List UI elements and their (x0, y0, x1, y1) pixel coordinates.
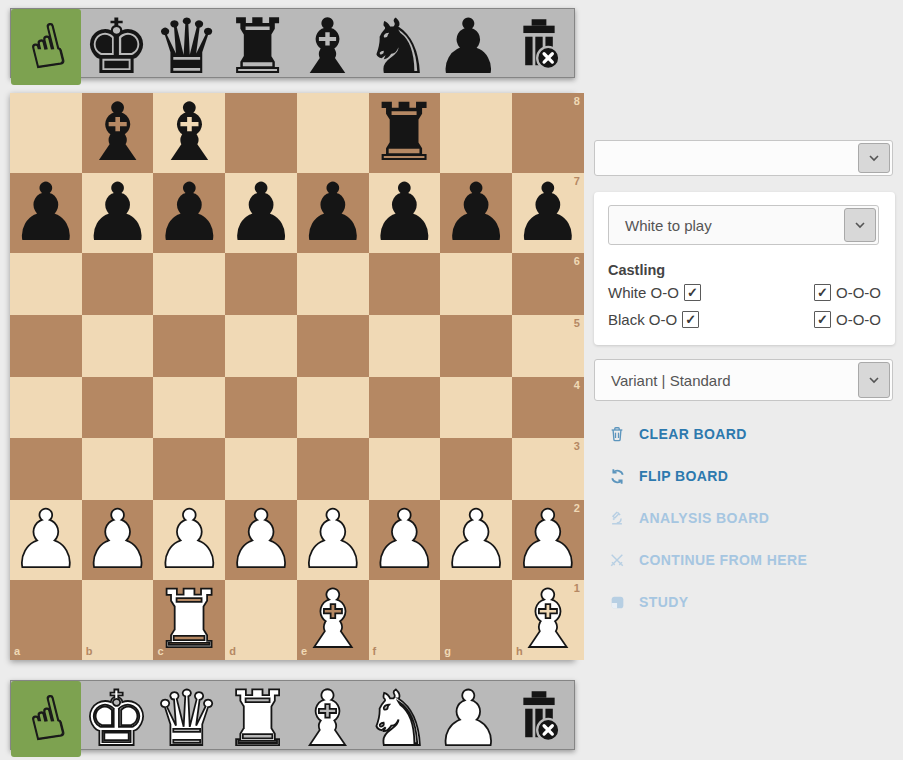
black-bishop[interactable]: ♝ (82, 93, 154, 173)
square-h4[interactable]: 4 (512, 377, 584, 439)
white-kingside-castle-checkbox[interactable] (684, 284, 701, 301)
square-b7[interactable]: ♟ (82, 173, 154, 253)
white-kingside-label: White O-O (608, 284, 679, 301)
black-pawn[interactable]: ♟ (225, 173, 297, 253)
square-c4[interactable] (153, 377, 225, 439)
square-d5[interactable] (225, 315, 297, 377)
square-a6[interactable] (10, 253, 82, 315)
dropdown-button[interactable] (858, 143, 890, 173)
coord-a: a (14, 646, 20, 657)
turn-select[interactable]: White to play (608, 205, 879, 245)
square-h6[interactable]: 6 (512, 253, 584, 315)
black-bishop-icon: ♝ (294, 9, 362, 85)
square-f5[interactable] (369, 315, 441, 377)
square-h2[interactable]: ♟2 (512, 500, 584, 580)
square-b3[interactable] (82, 438, 154, 500)
white-pawn[interactable]: ♟ (82, 500, 154, 580)
palette-white-bishop[interactable]: ♝ (293, 681, 363, 757)
study-icon (608, 595, 626, 610)
square-b2[interactable]: ♟ (82, 500, 154, 580)
action-label: STUDY (639, 594, 688, 610)
square-e1[interactable]: ♝e (297, 580, 369, 660)
white-pawn[interactable]: ♟ (10, 500, 82, 580)
square-a2[interactable]: ♟ (10, 500, 82, 580)
black-pawn[interactable]: ♟ (297, 173, 369, 253)
chevron-down-icon (854, 221, 866, 229)
square-g8[interactable] (440, 93, 512, 173)
square-c2[interactable]: ♟ (153, 500, 225, 580)
square-a8[interactable] (10, 93, 82, 173)
action-label: CONTINUE FROM HERE (639, 552, 807, 568)
white-queenside-castle-checkbox[interactable] (814, 284, 831, 301)
square-e2[interactable]: ♟ (297, 500, 369, 580)
flip-board-button[interactable]: FLIP BOARD (608, 461, 807, 491)
delete-tool-bottom[interactable] (504, 681, 574, 757)
square-e3[interactable] (297, 438, 369, 500)
coord-g: g (444, 646, 451, 657)
square-f2[interactable]: ♟ (369, 500, 441, 580)
crossed-swords-icon (608, 552, 626, 568)
coord-2: 2 (574, 503, 580, 514)
square-e6[interactable] (297, 253, 369, 315)
white-pawn[interactable]: ♟ (297, 500, 369, 580)
action-label: CLEAR BOARD (639, 426, 747, 442)
square-h5[interactable]: 5 (512, 315, 584, 377)
chevron-down-icon (868, 154, 880, 162)
hand-pointer-icon: ☝ (22, 15, 70, 80)
black-king-icon: ♚ (82, 9, 150, 85)
square-h7[interactable]: ♟7 (512, 173, 584, 253)
coord-8: 8 (574, 96, 580, 107)
square-b1[interactable]: b (82, 580, 154, 660)
square-e7[interactable]: ♟ (297, 173, 369, 253)
coord-7: 7 (574, 176, 580, 187)
variant-select[interactable]: Variant | Standard (594, 359, 893, 401)
action-label: ANALYSIS BOARD (639, 510, 769, 526)
trash-delete-icon (516, 19, 562, 75)
square-h1[interactable]: ♝1h (512, 580, 584, 660)
square-b5[interactable] (82, 315, 154, 377)
square-c7[interactable]: ♟ (153, 173, 225, 253)
coord-d: d (229, 646, 236, 657)
square-f1[interactable]: f (369, 580, 441, 660)
palette-white-pawn[interactable]: ♟ (433, 681, 503, 757)
square-c3[interactable] (153, 438, 225, 500)
square-d6[interactable] (225, 253, 297, 315)
black-pawn[interactable]: ♟ (153, 173, 225, 253)
white-pawn[interactable]: ♟ (440, 500, 512, 580)
palette-white-knight[interactable]: ♞ (363, 681, 433, 757)
square-a5[interactable] (10, 315, 82, 377)
coord-3: 3 (574, 441, 580, 452)
square-c8[interactable]: ♝ (153, 93, 225, 173)
square-g1[interactable]: g (440, 580, 512, 660)
square-d2[interactable]: ♟ (225, 500, 297, 580)
black-piece-palette: ☝ ♚ ♛ ♜ ♝ ♞ ♟ (10, 8, 575, 78)
board[interactable]: ♝♝♜8♟♟♟♟♟♟♟♟76543♟♟♟♟♟♟♟♟2ab♜cd♝efg♝1h (10, 93, 575, 660)
coord-5: 5 (574, 318, 580, 329)
black-pawn-icon: ♟ (434, 9, 502, 85)
continue-from-here-button[interactable]: CONTINUE FROM HERE (608, 545, 807, 575)
square-d3[interactable] (225, 438, 297, 500)
trash-icon (608, 426, 626, 442)
black-pawn[interactable]: ♟ (10, 173, 82, 253)
turn-castling-panel: White to play Castling White O-O O-O-O B… (594, 192, 895, 345)
palette-black-rook[interactable]: ♜ (222, 9, 292, 85)
action-label: FLIP BOARD (639, 468, 728, 484)
square-c6[interactable] (153, 253, 225, 315)
black-kingside-castle-checkbox[interactable] (682, 311, 699, 328)
coord-b: b (86, 646, 93, 657)
palette-black-queen[interactable]: ♛ (152, 9, 222, 85)
square-f8[interactable]: ♜ (369, 93, 441, 173)
palette-black-pawn[interactable]: ♟ (433, 9, 503, 85)
black-knight-icon: ♞ (364, 9, 432, 85)
black-castling-row: Black O-O O-O-O (608, 311, 881, 328)
study-button[interactable]: STUDY (608, 587, 807, 617)
square-e5[interactable] (297, 315, 369, 377)
white-knight-icon: ♞ (364, 681, 432, 757)
clear-board-button[interactable]: CLEAR BOARD (608, 419, 807, 449)
white-pawn[interactable]: ♟ (225, 500, 297, 580)
black-bishop[interactable]: ♝ (153, 93, 225, 173)
square-a7[interactable]: ♟ (10, 173, 82, 253)
square-g6[interactable] (440, 253, 512, 315)
palette-black-knight[interactable]: ♞ (363, 9, 433, 85)
coord-c: c (157, 646, 163, 657)
black-rook[interactable]: ♜ (369, 93, 441, 173)
coord-4: 4 (574, 380, 580, 391)
square-e8[interactable] (297, 93, 369, 173)
board-editor-page: ☝ ♚ ♛ ♜ ♝ ♞ ♟ ♝♝♜8♟♟♟♟♟♟♟♟76543♟♟♟♟♟♟♟♟2… (0, 0, 903, 760)
square-g5[interactable] (440, 315, 512, 377)
variant-select-value: Variant | Standard (595, 372, 856, 389)
square-d1[interactable]: d (225, 580, 297, 660)
palette-black-king[interactable]: ♚ (81, 9, 151, 85)
black-queenside-castle-checkbox[interactable] (814, 311, 831, 328)
hand-pointer-icon: ☝ (22, 687, 70, 752)
palette-black-bishop[interactable]: ♝ (293, 9, 363, 85)
white-queenside-label: O-O-O (836, 284, 881, 301)
palette-white-rook[interactable]: ♜ (222, 681, 292, 757)
white-king-icon: ♚ (82, 681, 150, 757)
white-pawn[interactable]: ♟ (153, 500, 225, 580)
black-pawn[interactable]: ♟ (440, 173, 512, 253)
action-links: CLEAR BOARD FLIP BOARD ANALYSIS BOARD (608, 419, 807, 617)
white-bishop-icon: ♝ (294, 681, 362, 757)
white-bishop[interactable]: ♝ (297, 580, 369, 660)
square-g3[interactable] (440, 438, 512, 500)
black-pawn[interactable]: ♟ (369, 173, 441, 253)
square-b6[interactable] (82, 253, 154, 315)
castling-title: Castling (608, 262, 665, 278)
square-a1[interactable]: a (10, 580, 82, 660)
coord-e: e (301, 646, 307, 657)
white-queen-icon: ♛ (153, 681, 221, 757)
white-pawn[interactable]: ♟ (369, 500, 441, 580)
white-pawn-icon: ♟ (434, 681, 502, 757)
white-piece-palette: ☝ ♚ ♛ ♜ ♝ ♞ ♟ (10, 680, 575, 750)
turn-select-value: White to play (609, 217, 842, 234)
square-f4[interactable] (369, 377, 441, 439)
square-a3[interactable] (10, 438, 82, 500)
square-h8[interactable]: 8 (512, 93, 584, 173)
black-rook-icon: ♜ (223, 9, 291, 85)
chevron-down-icon (868, 376, 880, 384)
dropdown-button[interactable] (858, 362, 890, 398)
square-e4[interactable] (297, 377, 369, 439)
pointer-tool-white[interactable]: ☝ (11, 681, 81, 757)
palette-white-king[interactable]: ♚ (81, 681, 151, 757)
trash-delete-icon (516, 691, 562, 747)
palette-white-queen[interactable]: ♛ (152, 681, 222, 757)
black-queenside-label: O-O-O (836, 311, 881, 328)
coord-6: 6 (574, 256, 580, 267)
coord-f: f (373, 646, 377, 657)
delete-tool-top[interactable] (504, 9, 574, 85)
coord-1: 1 (574, 583, 580, 594)
microscope-icon (608, 510, 626, 526)
black-pawn[interactable]: ♟ (82, 173, 154, 253)
pointer-tool-black[interactable]: ☝ (11, 9, 81, 85)
analysis-board-button[interactable]: ANALYSIS BOARD (608, 503, 807, 533)
black-queen-icon: ♛ (153, 9, 221, 85)
square-g4[interactable] (440, 377, 512, 439)
coord-h: h (516, 646, 523, 657)
black-kingside-label: Black O-O (608, 311, 677, 328)
position-preset-select[interactable] (594, 140, 893, 176)
square-f3[interactable] (369, 438, 441, 500)
square-c5[interactable] (153, 315, 225, 377)
square-d8[interactable] (225, 93, 297, 173)
square-d4[interactable] (225, 377, 297, 439)
flip-icon (608, 468, 626, 485)
square-g2[interactable]: ♟ (440, 500, 512, 580)
square-b4[interactable] (82, 377, 154, 439)
square-c1[interactable]: ♜c (153, 580, 225, 660)
square-f6[interactable] (369, 253, 441, 315)
square-g7[interactable]: ♟ (440, 173, 512, 253)
square-f7[interactable]: ♟ (369, 173, 441, 253)
white-castling-row: White O-O O-O-O (608, 284, 881, 301)
white-rook[interactable]: ♜ (153, 580, 225, 660)
square-b8[interactable]: ♝ (82, 93, 154, 173)
square-h3[interactable]: 3 (512, 438, 584, 500)
square-d7[interactable]: ♟ (225, 173, 297, 253)
square-a4[interactable] (10, 377, 82, 439)
white-rook-icon: ♜ (223, 681, 291, 757)
dropdown-button[interactable] (844, 208, 876, 242)
